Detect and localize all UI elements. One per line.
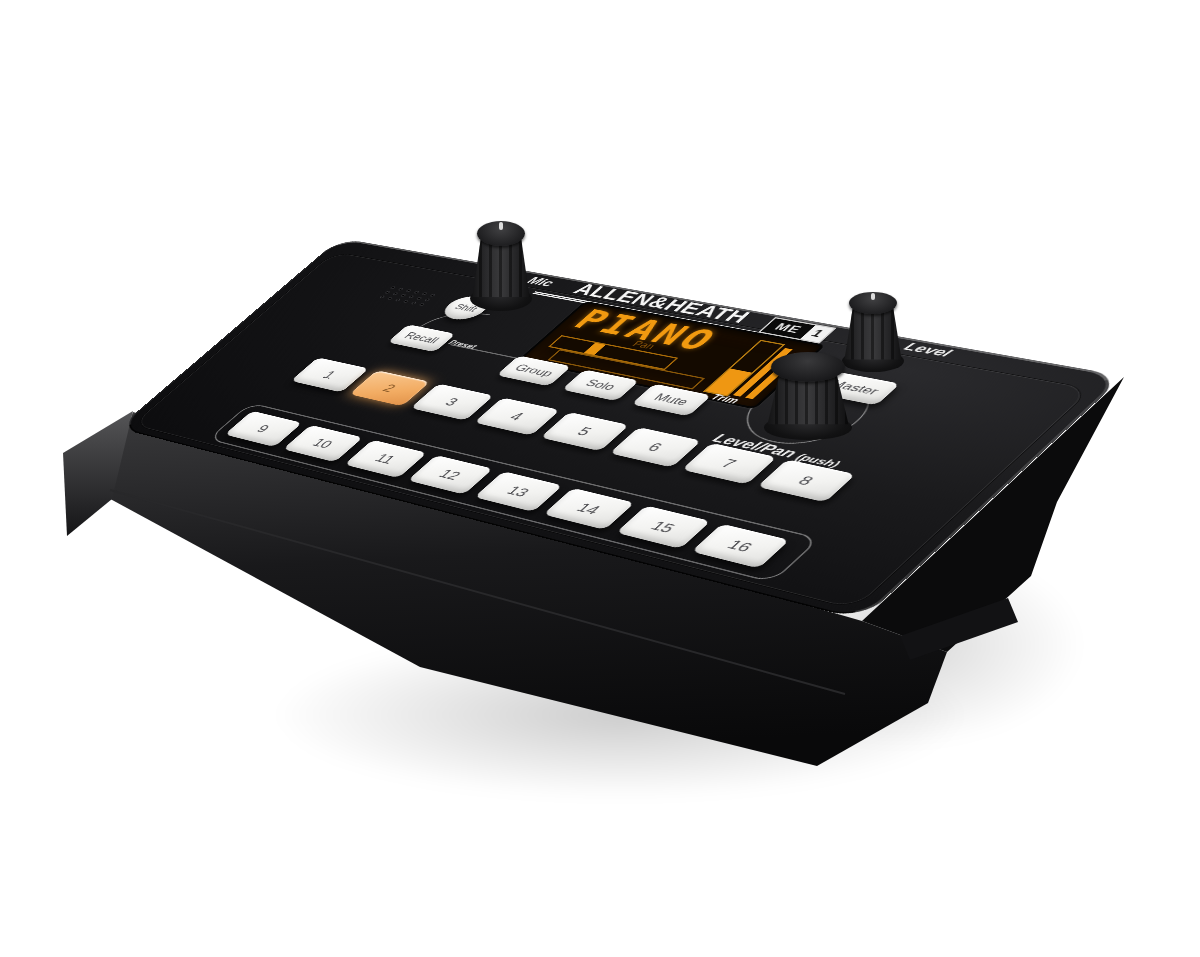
product-photo: ALLEN&HEATH ME 1 PIANO Pan Mic Level Tri… [0, 0, 1200, 957]
channel-key-10[interactable]: 10 [283, 425, 363, 462]
knob-cap [771, 352, 845, 382]
speaker-grille [376, 286, 436, 308]
channel-key-8[interactable]: 8 [757, 459, 856, 502]
channel-key-13[interactable]: 13 [474, 471, 562, 512]
channel-key-16[interactable]: 16 [691, 524, 789, 569]
channel-key-15[interactable]: 15 [616, 505, 711, 548]
channel-key-12[interactable]: 12 [408, 455, 493, 494]
knob-indicator [499, 222, 503, 230]
ambient-mic-knob[interactable] [470, 221, 532, 311]
level-pan-encoder[interactable] [764, 352, 852, 440]
lcd-pan-marker [584, 343, 606, 355]
knob-indicator [871, 293, 875, 300]
channel-key-6[interactable]: 6 [609, 427, 701, 467]
preset-label: Preset [446, 339, 479, 351]
recall-button[interactable]: Recall [387, 324, 455, 352]
channel-key-5[interactable]: 5 [540, 412, 629, 451]
channel-key-14[interactable]: 14 [543, 488, 634, 530]
